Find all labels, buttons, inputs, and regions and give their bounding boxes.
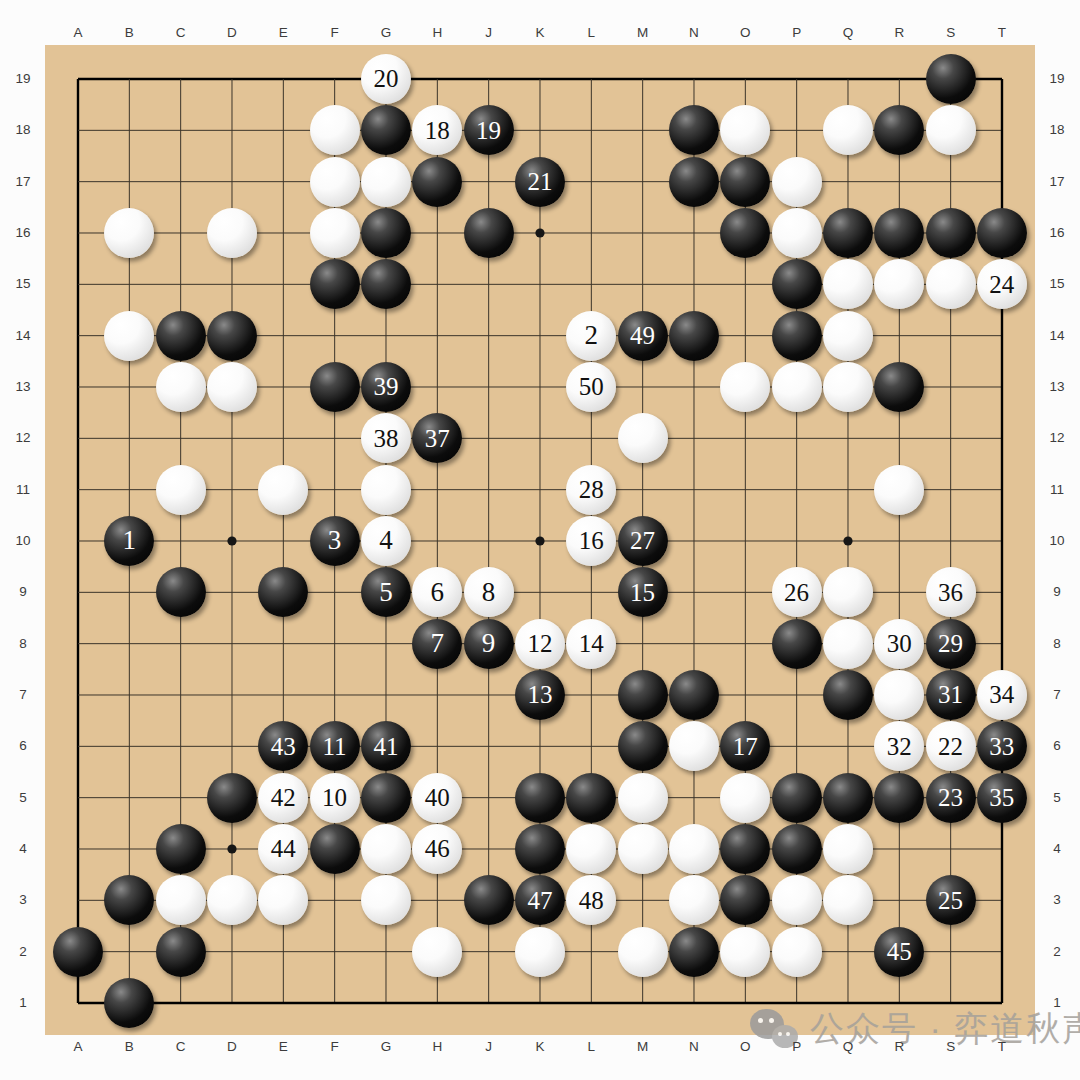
move-number-2: 2 bbox=[584, 322, 598, 349]
col-label-top-K: K bbox=[525, 25, 555, 41]
row-label-right-6: 6 bbox=[1042, 738, 1072, 754]
stone-G13: 39 bbox=[361, 362, 411, 412]
stone-S5: 23 bbox=[926, 773, 976, 823]
stone-E3 bbox=[258, 875, 308, 925]
col-label-top-A: A bbox=[63, 25, 93, 41]
stone-Q8 bbox=[823, 619, 873, 669]
stone-C3 bbox=[156, 875, 206, 925]
stone-L11: 28 bbox=[566, 465, 616, 515]
stone-Q16 bbox=[823, 208, 873, 258]
move-number-18: 18 bbox=[425, 118, 450, 143]
col-label-top-N: N bbox=[679, 25, 709, 41]
stone-C2 bbox=[156, 927, 206, 977]
stone-S7: 31 bbox=[926, 670, 976, 720]
stone-H9: 6 bbox=[412, 567, 462, 617]
col-label-top-M: M bbox=[628, 25, 658, 41]
row-label-left-18: 18 bbox=[8, 122, 38, 138]
stone-K5 bbox=[515, 773, 565, 823]
stone-Q15 bbox=[823, 259, 873, 309]
stone-K3: 47 bbox=[515, 875, 565, 925]
stone-G16 bbox=[361, 208, 411, 258]
col-label-bottom-B: B bbox=[114, 1039, 144, 1055]
stone-L10: 16 bbox=[566, 516, 616, 566]
row-label-right-7: 7 bbox=[1042, 687, 1072, 703]
stone-G19: 20 bbox=[361, 54, 411, 104]
stone-K8: 12 bbox=[515, 619, 565, 669]
stone-K4 bbox=[515, 824, 565, 874]
stone-R18 bbox=[874, 105, 924, 155]
stone-P3 bbox=[772, 875, 822, 925]
col-label-top-Q: Q bbox=[833, 25, 863, 41]
stone-C13 bbox=[156, 362, 206, 412]
move-number-17: 17 bbox=[733, 734, 758, 759]
stone-T6: 33 bbox=[977, 721, 1027, 771]
move-number-19: 19 bbox=[476, 118, 501, 143]
stone-L4 bbox=[566, 824, 616, 874]
stone-K2 bbox=[515, 927, 565, 977]
stone-G12: 38 bbox=[361, 413, 411, 463]
stone-G10: 4 bbox=[361, 516, 411, 566]
stone-N14 bbox=[669, 311, 719, 361]
stone-P5 bbox=[772, 773, 822, 823]
stone-K17: 21 bbox=[515, 157, 565, 207]
row-label-left-16: 16 bbox=[8, 225, 38, 241]
stone-G3 bbox=[361, 875, 411, 925]
move-number-48: 48 bbox=[579, 888, 604, 913]
stone-M6 bbox=[618, 721, 668, 771]
col-label-top-B: B bbox=[114, 25, 144, 41]
stone-R15 bbox=[874, 259, 924, 309]
stone-B10: 1 bbox=[104, 516, 154, 566]
stone-P13 bbox=[772, 362, 822, 412]
stone-B3 bbox=[104, 875, 154, 925]
col-label-top-R: R bbox=[884, 25, 914, 41]
row-label-left-6: 6 bbox=[8, 738, 38, 754]
stone-G5 bbox=[361, 773, 411, 823]
move-number-46: 46 bbox=[425, 836, 450, 861]
stone-O3 bbox=[720, 875, 770, 925]
stone-S9: 36 bbox=[926, 567, 976, 617]
stone-N2 bbox=[669, 927, 719, 977]
stone-N6 bbox=[669, 721, 719, 771]
row-label-right-16: 16 bbox=[1042, 225, 1072, 241]
move-number-9: 9 bbox=[482, 630, 496, 657]
stone-M14: 49 bbox=[618, 311, 668, 361]
stone-G11 bbox=[361, 465, 411, 515]
col-label-bottom-O: O bbox=[730, 1039, 760, 1055]
stone-E5: 42 bbox=[258, 773, 308, 823]
row-label-left-11: 11 bbox=[8, 482, 38, 498]
stone-B1 bbox=[104, 978, 154, 1028]
move-number-37: 37 bbox=[425, 426, 450, 451]
col-label-top-P: P bbox=[782, 25, 812, 41]
stone-D16 bbox=[207, 208, 257, 258]
move-number-15: 15 bbox=[630, 580, 655, 605]
stone-Q14 bbox=[823, 311, 873, 361]
stone-E9 bbox=[258, 567, 308, 617]
move-number-14: 14 bbox=[579, 631, 604, 656]
row-label-left-10: 10 bbox=[8, 533, 38, 549]
stone-F18 bbox=[310, 105, 360, 155]
stone-S8: 29 bbox=[926, 619, 976, 669]
move-number-22: 22 bbox=[938, 734, 963, 759]
stone-J16 bbox=[464, 208, 514, 258]
stone-E4: 44 bbox=[258, 824, 308, 874]
row-label-left-4: 4 bbox=[8, 841, 38, 857]
col-label-bottom-Q: Q bbox=[833, 1039, 863, 1055]
stone-G15 bbox=[361, 259, 411, 309]
move-number-7: 7 bbox=[431, 630, 445, 657]
col-label-bottom-L: L bbox=[576, 1039, 606, 1055]
move-number-28: 28 bbox=[579, 477, 604, 502]
stone-F4 bbox=[310, 824, 360, 874]
row-label-right-10: 10 bbox=[1042, 533, 1072, 549]
stone-N18 bbox=[669, 105, 719, 155]
stone-O13 bbox=[720, 362, 770, 412]
row-label-left-1: 1 bbox=[8, 995, 38, 1011]
move-number-42: 42 bbox=[271, 785, 296, 810]
move-number-16: 16 bbox=[579, 528, 604, 553]
stone-Q18 bbox=[823, 105, 873, 155]
stone-O18 bbox=[720, 105, 770, 155]
stone-J8: 9 bbox=[464, 619, 514, 669]
col-label-bottom-M: M bbox=[628, 1039, 658, 1055]
col-label-top-C: C bbox=[166, 25, 196, 41]
stone-L5 bbox=[566, 773, 616, 823]
stone-C14 bbox=[156, 311, 206, 361]
stone-M2 bbox=[618, 927, 668, 977]
stone-grid: 2018192124249395038372813416275681526367… bbox=[52, 53, 1027, 1028]
move-number-43: 43 bbox=[271, 734, 296, 759]
col-label-bottom-H: H bbox=[422, 1039, 452, 1055]
move-number-40: 40 bbox=[425, 785, 450, 810]
stone-G4 bbox=[361, 824, 411, 874]
col-label-bottom-K: K bbox=[525, 1039, 555, 1055]
stone-O17 bbox=[720, 157, 770, 207]
stone-Q5 bbox=[823, 773, 873, 823]
stone-E11 bbox=[258, 465, 308, 515]
row-label-left-5: 5 bbox=[8, 790, 38, 806]
move-number-3: 3 bbox=[328, 527, 342, 554]
stone-M4 bbox=[618, 824, 668, 874]
stone-S19 bbox=[926, 54, 976, 104]
col-label-top-E: E bbox=[268, 25, 298, 41]
row-label-right-4: 4 bbox=[1042, 841, 1072, 857]
row-label-right-2: 2 bbox=[1042, 944, 1072, 960]
col-label-bottom-G: G bbox=[371, 1039, 401, 1055]
stone-D13 bbox=[207, 362, 257, 412]
row-label-right-12: 12 bbox=[1042, 430, 1072, 446]
stone-M12 bbox=[618, 413, 668, 463]
col-label-top-J: J bbox=[474, 25, 504, 41]
stone-T7: 34 bbox=[977, 670, 1027, 720]
stone-Q7 bbox=[823, 670, 873, 720]
row-label-right-15: 15 bbox=[1042, 276, 1072, 292]
move-number-8: 8 bbox=[482, 579, 496, 606]
stone-F16 bbox=[310, 208, 360, 258]
stone-F13 bbox=[310, 362, 360, 412]
col-label-top-L: L bbox=[576, 25, 606, 41]
stone-N4 bbox=[669, 824, 719, 874]
col-label-bottom-S: S bbox=[936, 1039, 966, 1055]
stone-P8 bbox=[772, 619, 822, 669]
col-label-top-S: S bbox=[936, 25, 966, 41]
col-label-top-H: H bbox=[422, 25, 452, 41]
col-label-bottom-F: F bbox=[320, 1039, 350, 1055]
col-label-bottom-R: R bbox=[884, 1039, 914, 1055]
go-diagram-page: 2018192124249395038372813416275681526367… bbox=[0, 0, 1080, 1080]
row-label-right-11: 11 bbox=[1042, 482, 1072, 498]
row-label-right-9: 9 bbox=[1042, 584, 1072, 600]
row-label-right-18: 18 bbox=[1042, 122, 1072, 138]
stone-P9: 26 bbox=[772, 567, 822, 617]
row-label-left-19: 19 bbox=[8, 71, 38, 87]
stone-D3 bbox=[207, 875, 257, 925]
stone-S3: 25 bbox=[926, 875, 976, 925]
row-label-left-3: 3 bbox=[8, 892, 38, 908]
move-number-13: 13 bbox=[527, 682, 552, 707]
move-number-5: 5 bbox=[379, 579, 393, 606]
move-number-26: 26 bbox=[784, 580, 809, 605]
move-number-31: 31 bbox=[938, 682, 963, 707]
stone-F6: 11 bbox=[310, 721, 360, 771]
stone-H4: 46 bbox=[412, 824, 462, 874]
stone-C4 bbox=[156, 824, 206, 874]
stone-R5 bbox=[874, 773, 924, 823]
move-number-47: 47 bbox=[527, 888, 552, 913]
move-number-21: 21 bbox=[527, 169, 552, 194]
move-number-27: 27 bbox=[630, 528, 655, 553]
move-number-20: 20 bbox=[373, 66, 398, 91]
row-label-left-9: 9 bbox=[8, 584, 38, 600]
stone-T5: 35 bbox=[977, 773, 1027, 823]
row-label-left-13: 13 bbox=[8, 379, 38, 395]
stone-O4 bbox=[720, 824, 770, 874]
row-label-right-3: 3 bbox=[1042, 892, 1072, 908]
stone-C11 bbox=[156, 465, 206, 515]
stone-M7 bbox=[618, 670, 668, 720]
stone-B16 bbox=[104, 208, 154, 258]
stone-M10: 27 bbox=[618, 516, 668, 566]
stone-P15 bbox=[772, 259, 822, 309]
row-label-right-8: 8 bbox=[1042, 636, 1072, 652]
move-number-50: 50 bbox=[579, 374, 604, 399]
stone-R2: 45 bbox=[874, 927, 924, 977]
stone-R11 bbox=[874, 465, 924, 515]
stone-T16 bbox=[977, 208, 1027, 258]
move-number-34: 34 bbox=[989, 682, 1014, 707]
row-label-right-17: 17 bbox=[1042, 174, 1072, 190]
stone-F17 bbox=[310, 157, 360, 207]
stone-G17 bbox=[361, 157, 411, 207]
stone-L3: 48 bbox=[566, 875, 616, 925]
stone-Q13 bbox=[823, 362, 873, 412]
move-number-49: 49 bbox=[630, 323, 655, 348]
stone-H8: 7 bbox=[412, 619, 462, 669]
move-number-10: 10 bbox=[322, 785, 347, 810]
stone-D5 bbox=[207, 773, 257, 823]
col-label-top-T: T bbox=[987, 25, 1017, 41]
move-number-38: 38 bbox=[373, 426, 398, 451]
move-number-30: 30 bbox=[887, 631, 912, 656]
stone-J9: 8 bbox=[464, 567, 514, 617]
stone-G18 bbox=[361, 105, 411, 155]
row-label-left-7: 7 bbox=[8, 687, 38, 703]
stone-H18: 18 bbox=[412, 105, 462, 155]
stone-Q3 bbox=[823, 875, 873, 925]
move-number-25: 25 bbox=[938, 888, 963, 913]
move-number-11: 11 bbox=[323, 734, 347, 759]
stone-S15 bbox=[926, 259, 976, 309]
stone-F15 bbox=[310, 259, 360, 309]
stone-Q4 bbox=[823, 824, 873, 874]
stone-P2 bbox=[772, 927, 822, 977]
stone-R13 bbox=[874, 362, 924, 412]
stone-H12: 37 bbox=[412, 413, 462, 463]
move-number-39: 39 bbox=[373, 374, 398, 399]
stone-O2 bbox=[720, 927, 770, 977]
stone-T15: 24 bbox=[977, 259, 1027, 309]
stone-C9 bbox=[156, 567, 206, 617]
stone-A2 bbox=[53, 927, 103, 977]
stone-M9: 15 bbox=[618, 567, 668, 617]
stone-F5: 10 bbox=[310, 773, 360, 823]
row-label-left-2: 2 bbox=[8, 944, 38, 960]
stone-G6: 41 bbox=[361, 721, 411, 771]
row-label-left-17: 17 bbox=[8, 174, 38, 190]
stone-Q9 bbox=[823, 567, 873, 617]
move-number-23: 23 bbox=[938, 785, 963, 810]
stone-L13: 50 bbox=[566, 362, 616, 412]
stone-R6: 32 bbox=[874, 721, 924, 771]
stone-O16 bbox=[720, 208, 770, 258]
col-label-bottom-J: J bbox=[474, 1039, 504, 1055]
col-label-bottom-A: A bbox=[63, 1039, 93, 1055]
stone-H2 bbox=[412, 927, 462, 977]
col-label-bottom-E: E bbox=[268, 1039, 298, 1055]
move-number-41: 41 bbox=[373, 734, 398, 759]
move-number-33: 33 bbox=[989, 734, 1014, 759]
row-label-right-5: 5 bbox=[1042, 790, 1072, 806]
move-number-1: 1 bbox=[123, 527, 137, 554]
col-label-bottom-C: C bbox=[166, 1039, 196, 1055]
col-label-top-D: D bbox=[217, 25, 247, 41]
col-label-top-O: O bbox=[730, 25, 760, 41]
stone-P16 bbox=[772, 208, 822, 258]
move-number-29: 29 bbox=[938, 631, 963, 656]
move-number-6: 6 bbox=[431, 579, 445, 606]
stone-N7 bbox=[669, 670, 719, 720]
row-label-right-13: 13 bbox=[1042, 379, 1072, 395]
stone-D14 bbox=[207, 311, 257, 361]
stone-O6: 17 bbox=[720, 721, 770, 771]
stone-R7 bbox=[874, 670, 924, 720]
stone-P17 bbox=[772, 157, 822, 207]
stone-G9: 5 bbox=[361, 567, 411, 617]
stone-H5: 40 bbox=[412, 773, 462, 823]
move-number-35: 35 bbox=[989, 785, 1014, 810]
stone-P14 bbox=[772, 311, 822, 361]
stone-J18: 19 bbox=[464, 105, 514, 155]
stone-H17 bbox=[412, 157, 462, 207]
go-board: 2018192124249395038372813416275681526367… bbox=[45, 45, 1035, 1035]
stone-N3 bbox=[669, 875, 719, 925]
stone-B14 bbox=[104, 311, 154, 361]
move-number-24: 24 bbox=[989, 272, 1014, 297]
stone-R16 bbox=[874, 208, 924, 258]
stone-R8: 30 bbox=[874, 619, 924, 669]
stone-F10: 3 bbox=[310, 516, 360, 566]
move-number-4: 4 bbox=[379, 527, 393, 554]
stone-P4 bbox=[772, 824, 822, 874]
col-label-top-F: F bbox=[320, 25, 350, 41]
move-number-12: 12 bbox=[527, 631, 552, 656]
row-label-left-14: 14 bbox=[8, 328, 38, 344]
row-label-right-19: 19 bbox=[1042, 71, 1072, 87]
row-label-right-1: 1 bbox=[1042, 995, 1072, 1011]
stone-O5 bbox=[720, 773, 770, 823]
stone-L14: 2 bbox=[566, 311, 616, 361]
move-number-45: 45 bbox=[887, 939, 912, 964]
stone-N17 bbox=[669, 157, 719, 207]
col-label-bottom-D: D bbox=[217, 1039, 247, 1055]
row-label-left-15: 15 bbox=[8, 276, 38, 292]
move-number-32: 32 bbox=[887, 734, 912, 759]
stone-S18 bbox=[926, 105, 976, 155]
move-number-36: 36 bbox=[938, 580, 963, 605]
row-label-left-8: 8 bbox=[8, 636, 38, 652]
stone-J3 bbox=[464, 875, 514, 925]
col-label-bottom-T: T bbox=[987, 1039, 1017, 1055]
stone-L8: 14 bbox=[566, 619, 616, 669]
stone-S6: 22 bbox=[926, 721, 976, 771]
stone-S16 bbox=[926, 208, 976, 258]
row-label-left-12: 12 bbox=[8, 430, 38, 446]
col-label-bottom-P: P bbox=[782, 1039, 812, 1055]
row-label-right-14: 14 bbox=[1042, 328, 1072, 344]
stone-K7: 13 bbox=[515, 670, 565, 720]
col-label-top-G: G bbox=[371, 25, 401, 41]
move-number-44: 44 bbox=[271, 836, 296, 861]
stone-M5 bbox=[618, 773, 668, 823]
stone-E6: 43 bbox=[258, 721, 308, 771]
col-label-bottom-N: N bbox=[679, 1039, 709, 1055]
